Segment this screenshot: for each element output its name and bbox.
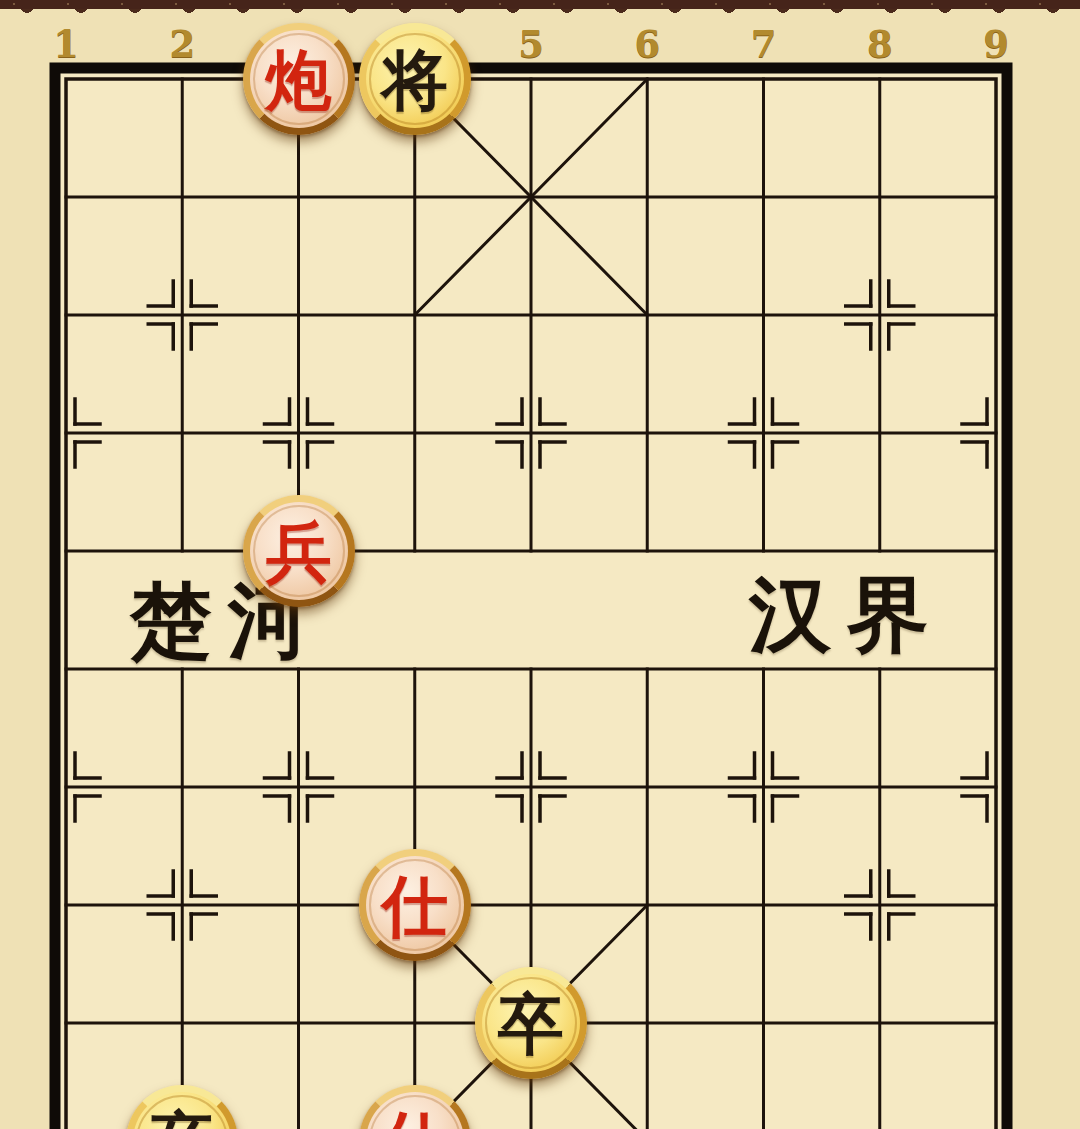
file-label-1: 1 bbox=[53, 22, 79, 66]
file-label-9: 9 bbox=[983, 22, 1009, 66]
board-grid bbox=[0, 0, 1080, 1129]
file-label-2: 2 bbox=[169, 22, 195, 66]
river-label-right: 汉界 bbox=[749, 573, 945, 655]
piece-glyph: 仕 bbox=[382, 874, 448, 940]
piece-glyph: 兵 bbox=[266, 520, 332, 586]
piece-red-soldier[interactable]: 兵 bbox=[243, 495, 355, 607]
piece-glyph: 将 bbox=[382, 48, 448, 114]
piece-glyph: 炮 bbox=[266, 48, 332, 114]
piece-glyph: 卒 bbox=[149, 1110, 215, 1129]
piece-glyph: 仕 bbox=[382, 1110, 448, 1129]
piece-black-general[interactable]: 将 bbox=[359, 23, 471, 135]
piece-red-advisor[interactable]: 仕 bbox=[359, 849, 471, 961]
piece-black-soldier[interactable]: 卒 bbox=[475, 967, 587, 1079]
file-label-6: 6 bbox=[634, 22, 660, 66]
piece-red-cannon[interactable]: 炮 bbox=[243, 23, 355, 135]
file-label-5: 5 bbox=[518, 22, 544, 66]
wood-frame-strip bbox=[0, 0, 1080, 9]
piece-glyph: 卒 bbox=[498, 992, 564, 1058]
file-label-8: 8 bbox=[867, 22, 893, 66]
xiangqi-board: 123456789 楚河 汉界 炮将兵仕卒卒仕 bbox=[0, 0, 1080, 1129]
file-label-7: 7 bbox=[751, 22, 777, 66]
